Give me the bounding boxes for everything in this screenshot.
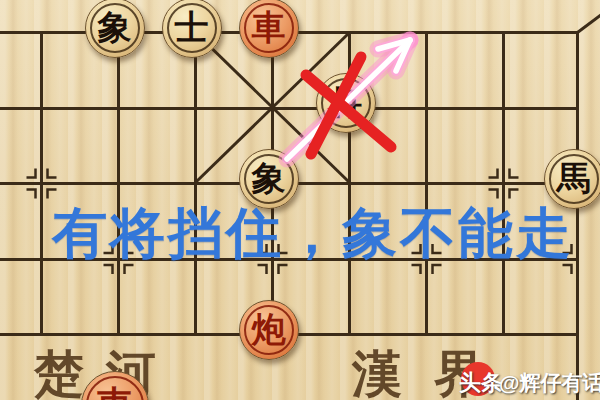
board-corner-bevel [578,11,600,33]
board-cell [0,107,40,183]
lesson-caption: 有将挡住，象不能走 [52,206,600,261]
board-cell [117,107,194,183]
board-cell [0,31,40,107]
black-elephant-e3[interactable]: 象 [239,149,299,209]
piece-glyph: 炮 [252,313,286,347]
board-cell [502,258,579,334]
watermark-brand: 头条 [459,368,503,398]
board-cell [0,258,40,334]
board-cell [0,182,40,258]
board-cell [117,258,194,334]
red-cannon-e5[interactable]: 炮 [239,300,299,360]
piece-glyph: 象 [252,162,286,196]
red-chariot-e1[interactable]: 車 [239,0,299,58]
black-advisor-d1[interactable]: 士 [162,0,222,58]
xiangqi-board-screenshot: 楚河 漢界 象士車将象馬炮車 有将挡住 [0,0,600,400]
black-general-f2[interactable]: 将 [316,73,376,133]
watermark-handle: @辉仔有话说 [499,369,600,397]
board-cell [425,107,502,183]
piece-glyph: 将 [329,86,363,120]
piece-glyph: 車 [252,11,286,45]
board-cell [40,258,117,334]
board-cell [425,31,502,107]
board-cell [425,258,502,334]
board-cell [348,258,425,334]
piece-glyph: 車 [96,386,134,400]
board-cell [502,31,579,107]
piece-glyph: 象 [98,11,132,45]
piece-glyph: 士 [175,11,209,45]
black-elephant-c1[interactable]: 象 [85,0,145,58]
black-horse-i3[interactable]: 馬 [544,149,600,209]
board-cell [40,107,117,183]
piece-glyph: 馬 [557,162,591,196]
